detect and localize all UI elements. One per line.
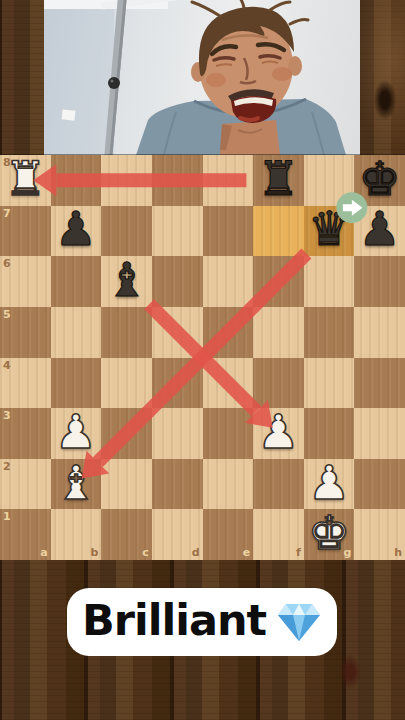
- square-g1[interactable]: g♚: [304, 509, 355, 560]
- black-king[interactable]: ♚: [354, 153, 405, 204]
- square-a1[interactable]: 1a: [0, 509, 51, 560]
- black-pawn[interactable]: ♟: [354, 204, 405, 255]
- black-bishop[interactable]: ♝: [101, 254, 152, 305]
- rank-label-7: 7: [3, 208, 11, 219]
- rank-label-3: 3: [3, 410, 11, 421]
- square-d7[interactable]: [152, 206, 203, 257]
- black-rook[interactable]: ♜: [253, 153, 304, 204]
- square-d3[interactable]: [152, 408, 203, 459]
- square-a8[interactable]: 8♜: [0, 155, 51, 206]
- cheek-right: [272, 67, 292, 81]
- rank-label-2: 2: [3, 461, 11, 472]
- cheek-left: [206, 73, 226, 87]
- square-f2[interactable]: [253, 459, 304, 510]
- rank-label-1: 1: [3, 511, 11, 522]
- file-label-d: d: [192, 547, 200, 558]
- square-f1[interactable]: f: [253, 509, 304, 560]
- square-h5[interactable]: [354, 307, 405, 358]
- square-g5[interactable]: [304, 307, 355, 358]
- square-g6[interactable]: [304, 256, 355, 307]
- square-c8[interactable]: [101, 155, 152, 206]
- file-label-c: c: [142, 547, 149, 558]
- square-f6[interactable]: [253, 256, 304, 307]
- square-d5[interactable]: [152, 307, 203, 358]
- wall-shade: [44, 0, 114, 155]
- person-laughing: [136, 0, 346, 155]
- square-h6[interactable]: [354, 256, 405, 307]
- rank-label-5: 5: [3, 309, 11, 320]
- square-h3[interactable]: [354, 408, 405, 459]
- white-pawn[interactable]: ♟: [51, 406, 102, 457]
- white-rook[interactable]: ♜: [0, 153, 51, 204]
- square-b8[interactable]: [51, 155, 102, 206]
- square-c2[interactable]: [101, 459, 152, 510]
- black-pawn[interactable]: ♟: [51, 204, 102, 255]
- square-a6[interactable]: 6: [0, 256, 51, 307]
- square-f5[interactable]: [253, 307, 304, 358]
- square-c4[interactable]: [101, 358, 152, 409]
- square-d1[interactable]: d: [152, 509, 203, 560]
- square-g2[interactable]: ♟: [304, 459, 355, 510]
- square-c1[interactable]: c: [101, 509, 152, 560]
- square-d8[interactable]: [152, 155, 203, 206]
- square-b3[interactable]: ♟: [51, 408, 102, 459]
- file-label-a: a: [40, 547, 47, 558]
- file-label-h: h: [394, 547, 402, 558]
- wall-paper: [62, 109, 76, 120]
- square-e1[interactable]: e: [203, 509, 254, 560]
- rank-label-6: 6: [3, 258, 11, 269]
- square-a4[interactable]: 4: [0, 358, 51, 409]
- square-a7[interactable]: 7: [0, 206, 51, 257]
- square-f8[interactable]: ♜: [253, 155, 304, 206]
- square-g8[interactable]: [304, 155, 355, 206]
- square-h2[interactable]: [354, 459, 405, 510]
- webcam-illustration: [44, 0, 360, 155]
- square-f3[interactable]: ♟: [253, 408, 304, 459]
- square-e7[interactable]: [203, 206, 254, 257]
- square-f4[interactable]: [253, 358, 304, 409]
- white-pawn[interactable]: ♟: [304, 457, 355, 508]
- square-d6[interactable]: [152, 256, 203, 307]
- square-e8[interactable]: [203, 155, 254, 206]
- square-b2[interactable]: ♝: [51, 459, 102, 510]
- square-a3[interactable]: 3: [0, 408, 51, 459]
- square-h1[interactable]: h: [354, 509, 405, 560]
- square-b4[interactable]: [51, 358, 102, 409]
- rank-label-4: 4: [3, 360, 11, 371]
- square-e6[interactable]: [203, 256, 254, 307]
- white-king[interactable]: ♚: [304, 507, 355, 558]
- file-label-f: f: [296, 547, 301, 558]
- square-c3[interactable]: [101, 408, 152, 459]
- square-e3[interactable]: [203, 408, 254, 459]
- wood-background: 8♜♜♚7♟♛♟6♝543♟♟2♝♟1abcdefg♚h Brilliant: [0, 0, 405, 720]
- chess-board: 8♜♜♚7♟♛♟6♝543♟♟2♝♟1abcdefg♚h: [0, 155, 405, 560]
- webcam-video: [44, 0, 360, 155]
- tongue: [240, 118, 258, 120]
- white-bishop[interactable]: ♝: [51, 457, 102, 508]
- file-label-b: b: [90, 547, 98, 558]
- square-b7[interactable]: ♟: [51, 206, 102, 257]
- square-g7[interactable]: ♛: [304, 206, 355, 257]
- square-c6[interactable]: ♝: [101, 256, 152, 307]
- square-d4[interactable]: [152, 358, 203, 409]
- square-c7[interactable]: [101, 206, 152, 257]
- caption-text: Brilliant: [82, 595, 266, 645]
- white-pawn[interactable]: ♟: [253, 406, 304, 457]
- square-b1[interactable]: b: [51, 509, 102, 560]
- square-b6[interactable]: [51, 256, 102, 307]
- black-queen[interactable]: ♛: [304, 204, 355, 255]
- square-d2[interactable]: [152, 459, 203, 510]
- square-h4[interactable]: [354, 358, 405, 409]
- caption-pill: Brilliant: [67, 588, 337, 656]
- square-b5[interactable]: [51, 307, 102, 358]
- square-g4[interactable]: [304, 358, 355, 409]
- square-e5[interactable]: [203, 307, 254, 358]
- square-h8[interactable]: ♚: [354, 155, 405, 206]
- gem-emoji: [276, 601, 322, 643]
- square-a5[interactable]: 5: [0, 307, 51, 358]
- square-a2[interactable]: 2: [0, 459, 51, 510]
- square-h7[interactable]: ♟: [354, 206, 405, 257]
- square-g3[interactable]: [304, 408, 355, 459]
- square-c5[interactable]: [101, 307, 152, 358]
- square-e4[interactable]: [203, 358, 254, 409]
- square-e2[interactable]: [203, 459, 254, 510]
- square-f7[interactable]: [253, 206, 304, 257]
- file-label-e: e: [243, 547, 250, 558]
